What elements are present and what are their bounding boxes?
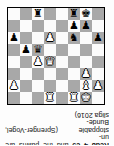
square-b5: ♟ <box>20 44 32 56</box>
caption-line-2: Rcd8 4 c5 and the pawns are un- <box>5 134 109 146</box>
square-h7 <box>92 20 104 32</box>
scanned-page: ♜♜♚♟♟♟♟♞♟♟♛♟♛♟♟♝♟♜♜♚ 1 Rxf6! gxf6 2 d7 Q… <box>0 0 114 145</box>
square-a6: ♟ <box>8 32 20 44</box>
square-g8: ♚ <box>80 8 92 20</box>
piece-white-pawn: ♟ <box>33 56 43 68</box>
piece-white-bishop: ♝ <box>81 80 91 92</box>
square-c5: ♛ <box>32 44 44 56</box>
piece-white-pawn: ♟ <box>45 32 55 44</box>
square-e4 <box>56 56 68 68</box>
square-e1 <box>56 92 68 104</box>
square-d6: ♟ <box>44 32 56 44</box>
caption-moves-text: Rcd8 4 c5 <box>72 142 109 146</box>
square-g5 <box>80 44 92 56</box>
square-b8 <box>20 8 32 20</box>
square-a1 <box>8 92 20 104</box>
chess-board: ♜♜♚♟♟♟♟♞♟♟♛♟♛♟♟♝♟♜♜♚ <box>7 7 105 105</box>
square-e3 <box>56 68 68 80</box>
piece-white-pawn: ♟ <box>9 80 19 92</box>
caption-line-3: stoppable (Sprenger-Vogel, Bunde- <box>5 119 109 134</box>
square-g4 <box>80 56 92 68</box>
square-c2 <box>32 80 44 92</box>
caption-plain-text: sliga 2016) <box>75 112 109 119</box>
square-d4: ♛ <box>44 56 56 68</box>
square-f1: ♜ <box>68 92 80 104</box>
caption-line-4: sliga 2016) <box>5 111 109 119</box>
piece-black-pawn: ♟ <box>93 32 103 44</box>
piece-black-king: ♚ <box>81 8 91 20</box>
square-h6: ♟ <box>92 32 104 44</box>
square-f6: ♞ <box>68 32 80 44</box>
square-e8 <box>56 8 68 20</box>
square-g6 <box>80 32 92 44</box>
square-e2 <box>56 80 68 92</box>
piece-white-rook: ♜ <box>45 92 55 104</box>
square-f4 <box>68 56 80 68</box>
square-b3 <box>20 68 32 80</box>
square-c8: ♜ <box>32 8 44 20</box>
square-d1: ♜ <box>44 92 56 104</box>
caption-plain-text: stoppable (Sprenger-Vogel, Bunde- <box>5 119 109 134</box>
square-c7 <box>32 20 44 32</box>
square-a2: ♟ <box>8 80 20 92</box>
square-h4 <box>92 56 104 68</box>
square-h8 <box>92 8 104 20</box>
piece-white-king: ♚ <box>81 92 91 104</box>
square-b4 <box>20 56 32 68</box>
piece-black-pawn: ♟ <box>9 32 19 44</box>
piece-black-knight: ♞ <box>69 32 79 44</box>
piece-black-pawn: ♟ <box>69 20 79 32</box>
square-e5 <box>56 44 68 56</box>
square-g3: ♟ <box>80 68 92 80</box>
square-d7 <box>44 20 56 32</box>
square-d3 <box>44 68 56 80</box>
square-f3 <box>68 68 80 80</box>
piece-black-queen: ♛ <box>33 44 43 56</box>
square-f8: ♜ <box>68 8 80 20</box>
square-c3 <box>32 68 44 80</box>
square-g1: ♚ <box>80 92 92 104</box>
square-a4 <box>8 56 20 68</box>
piece-black-rook: ♜ <box>69 8 79 20</box>
square-c6 <box>32 32 44 44</box>
piece-black-pawn: ♟ <box>81 20 91 32</box>
square-b1 <box>20 92 32 104</box>
piece-white-pawn: ♟ <box>81 68 91 80</box>
square-f5 <box>68 44 80 56</box>
square-h3 <box>92 68 104 80</box>
square-d5 <box>44 44 56 56</box>
square-b6 <box>20 32 32 44</box>
piece-white-rook: ♜ <box>69 92 79 104</box>
square-f7: ♟ <box>68 20 80 32</box>
square-h1 <box>92 92 104 104</box>
move-annotation: 1 Rxf6! gxf6 2 d7 Qxd4+ 3 Rxd4Rcd8 4 c5 … <box>5 111 109 145</box>
square-d8 <box>44 8 56 20</box>
piece-white-pawn: ♟ <box>93 80 103 92</box>
piece-black-rook: ♜ <box>33 8 43 20</box>
square-h2: ♟ <box>92 80 104 92</box>
square-d2 <box>44 80 56 92</box>
square-a3 <box>8 68 20 80</box>
square-c4: ♟ <box>32 56 44 68</box>
square-a8 <box>8 8 20 20</box>
square-h5 <box>92 44 104 56</box>
square-b7 <box>20 20 32 32</box>
square-f2 <box>68 80 80 92</box>
square-a7 <box>8 20 20 32</box>
square-e6 <box>56 32 68 44</box>
square-c1 <box>32 92 44 104</box>
square-g2: ♝ <box>80 80 92 92</box>
piece-black-pawn: ♟ <box>21 44 31 56</box>
square-a5 <box>8 44 20 56</box>
square-b2 <box>20 80 32 92</box>
piece-white-queen: ♛ <box>45 56 55 68</box>
square-g7: ♟ <box>80 20 92 32</box>
square-e7 <box>56 20 68 32</box>
